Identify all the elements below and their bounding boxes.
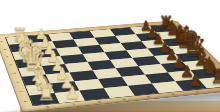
product-photo-scene: hgfedcba 12345678 ♜♟♟♜♞♟♟♞♝♟♟♝♚♟♟♚♛♟♟♛♝♟… <box>0 0 220 112</box>
chess-board: hgfedcba 12345678 ♜♟♟♜♞♟♟♞♝♟♟♝♚♟♟♚♛♟♟♛♝♟… <box>0 20 220 112</box>
